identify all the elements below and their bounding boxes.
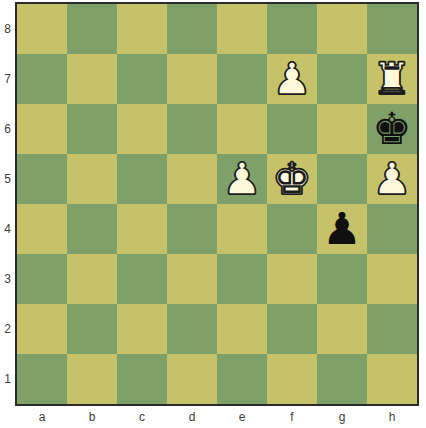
file-label-c: c <box>117 406 167 427</box>
rank-labels: 87654321 <box>0 4 15 404</box>
square-g6[interactable] <box>317 104 367 154</box>
square-a3[interactable] <box>17 254 67 304</box>
file-label-h: h <box>367 406 417 427</box>
rank-label-4: 4 <box>0 204 15 254</box>
square-d8[interactable] <box>167 4 217 54</box>
square-g8[interactable] <box>317 4 367 54</box>
square-g4[interactable]: ♟ <box>317 204 367 254</box>
piece-black-king-h6[interactable]: ♚ <box>372 104 411 154</box>
square-f5[interactable]: ♚ <box>267 154 317 204</box>
chess-board[interactable]: ♟♜♚♟♚♟♟ <box>15 2 419 406</box>
square-f3[interactable] <box>267 254 317 304</box>
square-g5[interactable] <box>317 154 367 204</box>
file-label-b: b <box>67 406 117 427</box>
chessboard-window: 87654321 ♟♜♚♟♚♟♟ abcdefgh <box>0 0 426 428</box>
rank-label-3: 3 <box>0 254 15 304</box>
file-label-a: a <box>17 406 67 427</box>
square-g3[interactable] <box>317 254 367 304</box>
square-a1[interactable] <box>17 354 67 404</box>
square-h7[interactable]: ♜ <box>367 54 417 104</box>
square-g2[interactable] <box>317 304 367 354</box>
square-a2[interactable] <box>17 304 67 354</box>
square-f6[interactable] <box>267 104 317 154</box>
square-d3[interactable] <box>167 254 217 304</box>
file-label-d: d <box>167 406 217 427</box>
square-f4[interactable] <box>267 204 317 254</box>
square-c8[interactable] <box>117 4 167 54</box>
square-h4[interactable] <box>367 204 417 254</box>
piece-white-pawn-h5[interactable]: ♟ <box>372 154 411 204</box>
square-g7[interactable] <box>317 54 367 104</box>
rank-label-7: 7 <box>0 54 15 104</box>
rank-label-2: 2 <box>0 304 15 354</box>
square-a6[interactable] <box>17 104 67 154</box>
square-a5[interactable] <box>17 154 67 204</box>
square-e4[interactable] <box>217 204 267 254</box>
file-label-f: f <box>267 406 317 427</box>
square-a7[interactable] <box>17 54 67 104</box>
square-e8[interactable] <box>217 4 267 54</box>
square-c2[interactable] <box>117 304 167 354</box>
rank-label-5: 5 <box>0 154 15 204</box>
square-f8[interactable] <box>267 4 317 54</box>
square-d6[interactable] <box>167 104 217 154</box>
square-c5[interactable] <box>117 154 167 204</box>
square-d7[interactable] <box>167 54 217 104</box>
file-label-e: e <box>217 406 267 427</box>
square-h8[interactable] <box>367 4 417 54</box>
square-f7[interactable]: ♟ <box>267 54 317 104</box>
square-d4[interactable] <box>167 204 217 254</box>
square-d1[interactable] <box>167 354 217 404</box>
file-label-g: g <box>317 406 367 427</box>
square-g1[interactable] <box>317 354 367 404</box>
piece-white-pawn-f7[interactable]: ♟ <box>272 54 311 104</box>
piece-white-rook-h7[interactable]: ♜ <box>372 54 411 104</box>
square-c7[interactable] <box>117 54 167 104</box>
square-h6[interactable]: ♚ <box>367 104 417 154</box>
square-c4[interactable] <box>117 204 167 254</box>
square-f1[interactable] <box>267 354 317 404</box>
square-e2[interactable] <box>217 304 267 354</box>
square-d2[interactable] <box>167 304 217 354</box>
square-c3[interactable] <box>117 254 167 304</box>
square-e1[interactable] <box>217 354 267 404</box>
square-b7[interactable] <box>67 54 117 104</box>
square-b1[interactable] <box>67 354 117 404</box>
square-a8[interactable] <box>17 4 67 54</box>
square-c6[interactable] <box>117 104 167 154</box>
piece-white-king-f5[interactable]: ♚ <box>272 154 311 204</box>
square-b4[interactable] <box>67 204 117 254</box>
rank-label-8: 8 <box>0 4 15 54</box>
rank-label-1: 1 <box>0 354 15 404</box>
piece-white-pawn-e5[interactable]: ♟ <box>222 154 261 204</box>
square-e6[interactable] <box>217 104 267 154</box>
square-b6[interactable] <box>67 104 117 154</box>
square-f2[interactable] <box>267 304 317 354</box>
square-h2[interactable] <box>367 304 417 354</box>
square-e7[interactable] <box>217 54 267 104</box>
square-b5[interactable] <box>67 154 117 204</box>
square-b2[interactable] <box>67 304 117 354</box>
square-a4[interactable] <box>17 204 67 254</box>
square-d5[interactable] <box>167 154 217 204</box>
rank-label-6: 6 <box>0 104 15 154</box>
piece-black-pawn-g4[interactable]: ♟ <box>322 204 361 254</box>
square-h1[interactable] <box>367 354 417 404</box>
square-c1[interactable] <box>117 354 167 404</box>
square-b8[interactable] <box>67 4 117 54</box>
square-h3[interactable] <box>367 254 417 304</box>
square-e5[interactable]: ♟ <box>217 154 267 204</box>
square-e3[interactable] <box>217 254 267 304</box>
square-h5[interactable]: ♟ <box>367 154 417 204</box>
square-b3[interactable] <box>67 254 117 304</box>
file-labels: abcdefgh <box>17 406 417 427</box>
